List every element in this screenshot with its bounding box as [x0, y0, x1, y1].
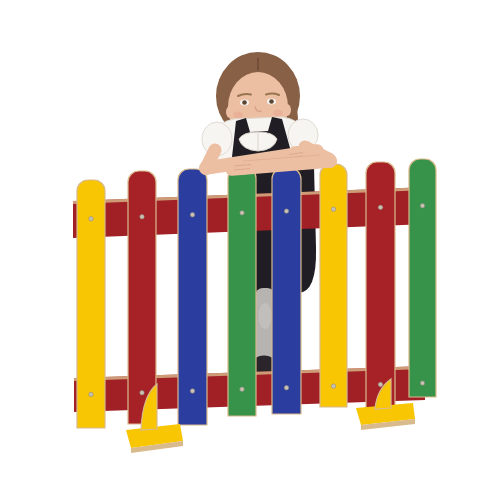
iris-left [242, 100, 247, 105]
screw [89, 392, 93, 396]
screw [378, 382, 382, 386]
picket-3-blue [178, 169, 207, 425]
product-photo [0, 0, 500, 500]
screw [140, 215, 144, 219]
screw [420, 204, 424, 208]
picket-2-red [128, 171, 156, 424]
picket-5-blue [272, 168, 301, 414]
screw [331, 207, 335, 211]
picket-4-green [228, 167, 256, 416]
knee-highlight [259, 303, 272, 329]
picket-8-green [409, 159, 436, 397]
screw [190, 389, 194, 393]
picket-6-yellow [320, 164, 347, 407]
screw [331, 384, 335, 388]
screw [240, 387, 244, 391]
screw [284, 386, 288, 390]
screw [190, 213, 194, 217]
blush-right [273, 110, 283, 117]
iris-right [269, 99, 274, 104]
picket-7-red [366, 162, 395, 408]
screw [284, 209, 288, 213]
girl-upper-body [199, 52, 337, 176]
screw [140, 390, 144, 394]
screw [240, 211, 244, 215]
screw [378, 205, 382, 209]
screw [89, 217, 93, 221]
blush-left [233, 112, 243, 119]
screw [420, 381, 424, 385]
